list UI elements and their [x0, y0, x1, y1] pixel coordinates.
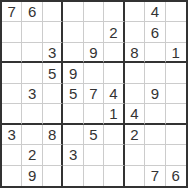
cell-r8c6[interactable]: [104, 145, 124, 165]
cell-r5c2[interactable]: 3: [22, 84, 42, 104]
cell-r3c7[interactable]: 8: [125, 43, 145, 63]
cell-r8c8[interactable]: [145, 145, 165, 165]
cell-r6c9[interactable]: [166, 104, 186, 124]
cell-r9c5[interactable]: [84, 166, 104, 186]
cell-r1c9[interactable]: [166, 2, 186, 22]
cell-r5c4[interactable]: 5: [63, 84, 83, 104]
cell-r3c2[interactable]: [22, 43, 42, 63]
cell-r2c2[interactable]: [22, 22, 42, 42]
cell-r4c5[interactable]: [84, 63, 104, 83]
cell-r9c4[interactable]: [63, 166, 83, 186]
cell-r4c3[interactable]: 5: [43, 63, 63, 83]
cell-r7c4[interactable]: [63, 125, 83, 145]
cell-r8c1[interactable]: [2, 145, 22, 165]
cell-r5c7[interactable]: [125, 84, 145, 104]
cell-r1c7[interactable]: [125, 2, 145, 22]
cell-r5c3[interactable]: [43, 84, 63, 104]
cell-r3c4[interactable]: [63, 43, 83, 63]
cell-r2c9[interactable]: [166, 22, 186, 42]
cell-r4c2[interactable]: [22, 63, 42, 83]
cell-r6c1[interactable]: [2, 104, 22, 124]
cell-r1c4[interactable]: [63, 2, 83, 22]
sudoku-board: 764263981593574914385223976: [0, 0, 188, 188]
cell-r7c7[interactable]: 2: [125, 125, 145, 145]
cell-r9c7[interactable]: [125, 166, 145, 186]
cell-r7c9[interactable]: [166, 125, 186, 145]
cell-r7c3[interactable]: 8: [43, 125, 63, 145]
cell-r5c5[interactable]: 7: [84, 84, 104, 104]
cell-r2c5[interactable]: [84, 22, 104, 42]
cell-r9c9[interactable]: 6: [166, 166, 186, 186]
cell-r4c7[interactable]: [125, 63, 145, 83]
cell-r3c3[interactable]: 3: [43, 43, 63, 63]
cell-r7c5[interactable]: 5: [84, 125, 104, 145]
cell-r2c1[interactable]: [2, 22, 22, 42]
cell-r9c3[interactable]: [43, 166, 63, 186]
cell-r1c8[interactable]: 4: [145, 2, 165, 22]
cell-r7c2[interactable]: [22, 125, 42, 145]
cell-r6c3[interactable]: [43, 104, 63, 124]
cell-r7c6[interactable]: [104, 125, 124, 145]
cell-r1c6[interactable]: [104, 2, 124, 22]
cell-r8c4[interactable]: 3: [63, 145, 83, 165]
cell-r4c4[interactable]: 9: [63, 63, 83, 83]
cell-r2c3[interactable]: [43, 22, 63, 42]
cell-r1c2[interactable]: 6: [22, 2, 42, 22]
cell-r2c6[interactable]: 2: [104, 22, 124, 42]
cell-r6c4[interactable]: [63, 104, 83, 124]
cell-r5c6[interactable]: 4: [104, 84, 124, 104]
cell-r9c1[interactable]: [2, 166, 22, 186]
cell-r8c5[interactable]: [84, 145, 104, 165]
cell-r2c8[interactable]: 6: [145, 22, 165, 42]
cell-r1c3[interactable]: [43, 2, 63, 22]
cell-r6c7[interactable]: 4: [125, 104, 145, 124]
cell-r9c8[interactable]: 7: [145, 166, 165, 186]
cell-r4c9[interactable]: [166, 63, 186, 83]
cell-r4c1[interactable]: [2, 63, 22, 83]
cell-r3c9[interactable]: 1: [166, 43, 186, 63]
cell-r9c6[interactable]: [104, 166, 124, 186]
cell-r1c5[interactable]: [84, 2, 104, 22]
cell-r2c4[interactable]: [63, 22, 83, 42]
cell-r6c6[interactable]: 1: [104, 104, 124, 124]
cell-r6c2[interactable]: [22, 104, 42, 124]
cell-r4c6[interactable]: [104, 63, 124, 83]
cell-r5c1[interactable]: [2, 84, 22, 104]
cell-r3c1[interactable]: [2, 43, 22, 63]
cell-r8c9[interactable]: [166, 145, 186, 165]
cell-r8c2[interactable]: 2: [22, 145, 42, 165]
cell-r2c7[interactable]: [125, 22, 145, 42]
cell-r7c8[interactable]: [145, 125, 165, 145]
cell-r8c7[interactable]: [125, 145, 145, 165]
cell-r6c8[interactable]: [145, 104, 165, 124]
cell-r4c8[interactable]: [145, 63, 165, 83]
cell-r3c8[interactable]: [145, 43, 165, 63]
cell-r6c5[interactable]: [84, 104, 104, 124]
cell-r9c2[interactable]: 9: [22, 166, 42, 186]
cell-r8c3[interactable]: [43, 145, 63, 165]
cell-r5c8[interactable]: 9: [145, 84, 165, 104]
cell-r5c9[interactable]: [166, 84, 186, 104]
cell-r3c5[interactable]: 9: [84, 43, 104, 63]
cell-r1c1[interactable]: 7: [2, 2, 22, 22]
cell-r7c1[interactable]: 3: [2, 125, 22, 145]
cell-r3c6[interactable]: [104, 43, 124, 63]
